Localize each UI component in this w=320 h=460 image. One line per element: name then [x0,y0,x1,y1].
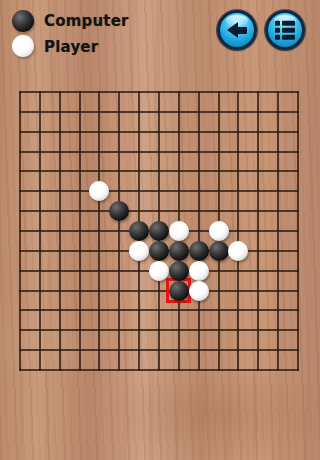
menu-button[interactable] [265,10,305,50]
computer-stone-icon [12,10,34,32]
stone-black [129,221,149,241]
stone-white [149,261,169,281]
stone-white [169,221,189,241]
stone-black [109,201,129,221]
stone-white [209,221,229,241]
stone-black [169,241,189,261]
game-screen: Computer Player [0,0,320,460]
stone-white [89,181,109,201]
stone-white [129,241,149,261]
stone-black [149,221,169,241]
computer-label: Computer [44,12,129,30]
stone-white [189,281,209,301]
stone-white [189,261,209,281]
stone-black [209,241,229,261]
stone-black [149,241,169,261]
gomoku-board[interactable] [19,91,299,371]
back-arrow-icon [227,22,247,38]
back-button[interactable] [217,10,257,50]
player-label: Player [44,38,98,56]
stone-black [189,241,209,261]
stone-black [169,281,189,301]
stone-white [228,241,248,261]
stone-black [169,261,189,281]
list-menu-icon [275,21,295,40]
player-stone-icon [12,35,34,57]
